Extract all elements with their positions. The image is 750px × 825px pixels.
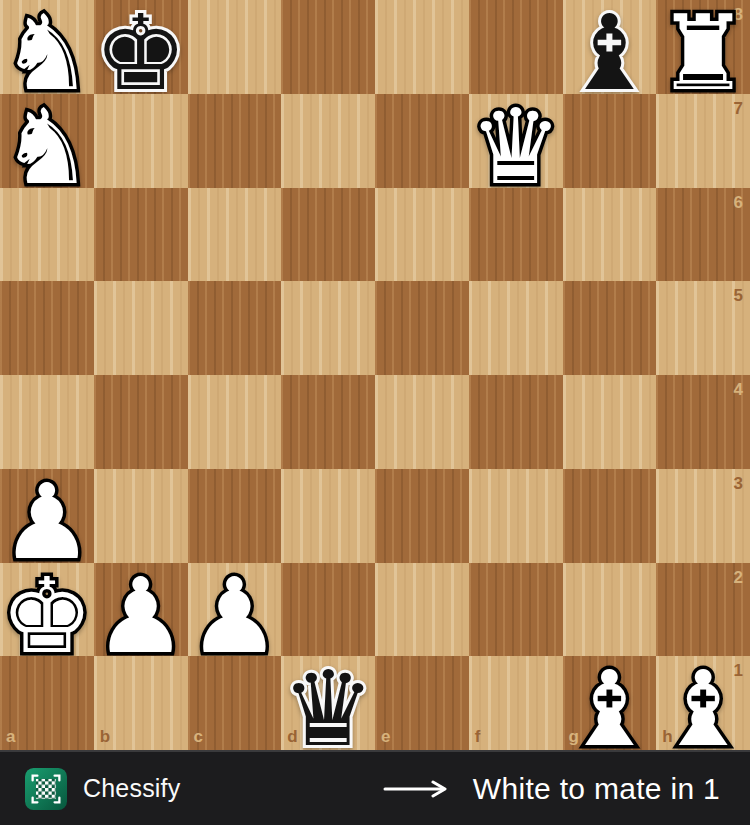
square-c5[interactable]: [188, 281, 282, 375]
piece-black-king-b8[interactable]: ♚♚: [94, 0, 188, 94]
square-e3[interactable]: [375, 469, 469, 563]
piece-white-bishop-h1[interactable]: ♝♝: [656, 656, 750, 750]
square-h3[interactable]: 3: [656, 469, 750, 563]
square-b5[interactable]: [94, 281, 188, 375]
square-a2[interactable]: ♚♚: [0, 563, 94, 657]
square-h2[interactable]: 2: [656, 563, 750, 657]
piece-black-bishop-g8[interactable]: ♝♝: [563, 0, 657, 94]
caption-group: White to mate in 1: [383, 772, 720, 806]
square-e5[interactable]: [375, 281, 469, 375]
square-e4[interactable]: [375, 375, 469, 469]
file-label-c: c: [194, 728, 203, 745]
square-h4[interactable]: 4: [656, 375, 750, 469]
rank-label-4: 4: [734, 381, 743, 398]
white-knight-icon: ♞: [0, 95, 93, 188]
black-queen-icon: ♛: [282, 657, 375, 750]
rank-label-3: 3: [734, 475, 743, 492]
black-bishop-icon: ♝: [563, 1, 656, 94]
square-f8[interactable]: [469, 0, 563, 94]
square-h1[interactable]: h1♝♝: [656, 656, 750, 750]
rank-label-7: 7: [734, 100, 743, 117]
square-f6[interactable]: [469, 188, 563, 282]
square-e6[interactable]: [375, 188, 469, 282]
square-c8[interactable]: [188, 0, 282, 94]
caption-bar: Chessify White to mate in 1: [0, 750, 750, 825]
square-a4[interactable]: [0, 375, 94, 469]
square-h7[interactable]: 7: [656, 94, 750, 188]
square-g2[interactable]: [563, 563, 657, 657]
square-c1[interactable]: c: [188, 656, 282, 750]
square-g1[interactable]: g♝♝: [563, 656, 657, 750]
brand-name: Chessify: [83, 774, 180, 803]
file-label-f: f: [475, 728, 481, 745]
square-a8[interactable]: ♞♞: [0, 0, 94, 94]
square-b3[interactable]: [94, 469, 188, 563]
rank-label-6: 6: [734, 194, 743, 211]
square-b8[interactable]: ♚♚: [94, 0, 188, 94]
square-g8[interactable]: ♝♝: [563, 0, 657, 94]
square-d6[interactable]: [281, 188, 375, 282]
square-f1[interactable]: f: [469, 656, 563, 750]
white-bishop-icon: ♝: [563, 657, 656, 750]
square-a3[interactable]: ♟♟: [0, 469, 94, 563]
arrow-right-icon: [383, 780, 449, 798]
square-g4[interactable]: [563, 375, 657, 469]
square-c6[interactable]: [188, 188, 282, 282]
square-e7[interactable]: [375, 94, 469, 188]
square-d4[interactable]: [281, 375, 375, 469]
piece-white-pawn-c2[interactable]: ♟♟: [188, 563, 282, 657]
square-d7[interactable]: [281, 94, 375, 188]
black-king-icon: ♚: [94, 1, 187, 94]
white-knight-icon: ♞: [0, 1, 93, 94]
square-h5[interactable]: 5: [656, 281, 750, 375]
square-g5[interactable]: [563, 281, 657, 375]
square-f2[interactable]: [469, 563, 563, 657]
square-d2[interactable]: [281, 563, 375, 657]
square-d5[interactable]: [281, 281, 375, 375]
piece-black-queen-d1[interactable]: ♛♛: [281, 656, 375, 750]
square-b6[interactable]: [94, 188, 188, 282]
square-c7[interactable]: [188, 94, 282, 188]
white-rook-icon: ♜: [657, 1, 750, 94]
square-f3[interactable]: [469, 469, 563, 563]
square-c2[interactable]: ♟♟: [188, 563, 282, 657]
square-c4[interactable]: [188, 375, 282, 469]
rank-label-5: 5: [734, 287, 743, 304]
square-a5[interactable]: [0, 281, 94, 375]
square-f7[interactable]: ♛♛: [469, 94, 563, 188]
piece-white-queen-f7[interactable]: ♛♛: [469, 94, 563, 188]
square-d8[interactable]: [281, 0, 375, 94]
square-b2[interactable]: ♟♟: [94, 563, 188, 657]
piece-white-knight-a7[interactable]: ♞♞: [0, 94, 94, 188]
square-b1[interactable]: b: [94, 656, 188, 750]
chessify-logo-icon: [25, 768, 67, 810]
square-h6[interactable]: 6: [656, 188, 750, 282]
chess-board: ♞♞♚♚♝♝8♜♜♞♞♛♛7654♟♟3♚♚♟♟♟♟2abcd♛♛efg♝♝h1…: [0, 0, 750, 750]
piece-white-bishop-g1[interactable]: ♝♝: [563, 656, 657, 750]
square-a1[interactable]: a: [0, 656, 94, 750]
square-a7[interactable]: ♞♞: [0, 94, 94, 188]
puzzle-caption: White to mate in 1: [473, 772, 720, 806]
square-g7[interactable]: [563, 94, 657, 188]
piece-white-rook-h8[interactable]: ♜♜: [656, 0, 750, 94]
white-pawn-icon: ♟: [0, 470, 93, 563]
square-e2[interactable]: [375, 563, 469, 657]
square-b7[interactable]: [94, 94, 188, 188]
white-queen-icon: ♛: [469, 95, 562, 188]
piece-white-pawn-b2[interactable]: ♟♟: [94, 563, 188, 657]
square-a6[interactable]: [0, 188, 94, 282]
square-e8[interactable]: [375, 0, 469, 94]
piece-white-pawn-a3[interactable]: ♟♟: [0, 469, 94, 563]
file-label-e: e: [381, 728, 390, 745]
chessify-brand: Chessify: [25, 768, 180, 810]
rank-label-2: 2: [734, 569, 743, 586]
square-b4[interactable]: [94, 375, 188, 469]
piece-white-knight-a8[interactable]: ♞♞: [0, 0, 94, 94]
piece-white-king-a2[interactable]: ♚♚: [0, 563, 94, 657]
file-label-a: a: [6, 728, 15, 745]
white-pawn-icon: ♟: [94, 564, 187, 657]
square-f4[interactable]: [469, 375, 563, 469]
square-h8[interactable]: 8♜♜: [656, 0, 750, 94]
square-g6[interactable]: [563, 188, 657, 282]
file-label-b: b: [100, 728, 110, 745]
white-king-icon: ♚: [0, 564, 93, 657]
square-d1[interactable]: d♛♛: [281, 656, 375, 750]
square-f5[interactable]: [469, 281, 563, 375]
square-e1[interactable]: e: [375, 656, 469, 750]
square-g3[interactable]: [563, 469, 657, 563]
square-d3[interactable]: [281, 469, 375, 563]
white-pawn-icon: ♟: [188, 564, 281, 657]
white-bishop-icon: ♝: [657, 657, 750, 750]
square-c3[interactable]: [188, 469, 282, 563]
